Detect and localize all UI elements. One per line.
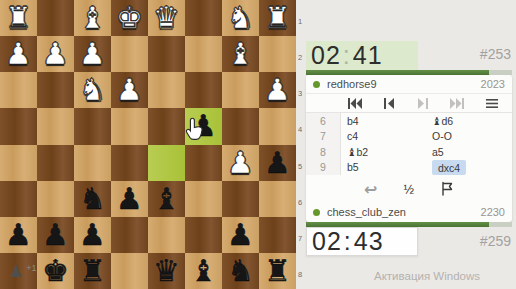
top-clock-minutes: 02 [311, 41, 341, 70]
square-d3[interactable] [148, 72, 185, 108]
bottom-clock-colon: : [344, 227, 352, 256]
square-h6[interactable] [0, 181, 37, 217]
square-a6[interactable] [259, 181, 296, 217]
square-e3[interactable]: ♟ [111, 72, 148, 108]
black-pawn[interactable]: ♟ [5, 217, 32, 253]
square-h3[interactable] [0, 72, 37, 108]
white-pawn[interactable]: ♟ [79, 36, 106, 72]
white-bishop[interactable]: ♝ [227, 36, 254, 72]
black-knight[interactable]: ♞ [79, 181, 106, 217]
square-e4[interactable] [111, 108, 148, 144]
move-navigation [306, 93, 512, 113]
move-list: 6 b4 ♝d6 7 c4 O-O 8 ♝b2 a5 9 b5 dxc4 [306, 113, 512, 175]
square-a4[interactable] [259, 108, 296, 144]
white-knight[interactable]: ♞ [227, 0, 254, 36]
top-clock-colon: : [343, 41, 351, 70]
square-a5[interactable]: ♟ [259, 145, 296, 181]
online-indicator [313, 81, 320, 88]
square-b3[interactable] [222, 72, 259, 108]
square-b2[interactable]: ♝ [222, 36, 259, 72]
game-sidebar: 02:41 #253 redhorse9 2023 [296, 0, 516, 289]
white-pawn[interactable]: ♟ [116, 72, 143, 108]
move-white[interactable]: b5 [341, 161, 426, 173]
black-pawn[interactable]: ♟ [79, 217, 106, 253]
black-rook[interactable]: ♜ [264, 253, 291, 289]
move-row: 9 b5 dxc4 [306, 160, 512, 176]
square-f5[interactable] [74, 145, 111, 181]
square-a7[interactable] [259, 217, 296, 253]
square-b6[interactable] [222, 181, 259, 217]
resign-flag-button[interactable] [440, 181, 454, 200]
square-g2[interactable]: ♟ [37, 36, 74, 72]
current-move-highlight[interactable]: dxc4 [432, 160, 466, 175]
move-black[interactable]: ♝d6 [426, 115, 511, 127]
windows-activation-watermark: Активация Windows [374, 270, 480, 282]
white-pawn[interactable]: ♟ [264, 72, 291, 108]
top-game-number: #253 [480, 46, 511, 62]
white-rook[interactable]: ♜ [5, 0, 32, 36]
black-pawn[interactable]: ♟ [42, 217, 69, 253]
captured-pawn-icon: ♟ [9, 262, 23, 282]
previous-move-button[interactable] [384, 98, 395, 109]
move-black-current[interactable]: dxc4 [426, 161, 511, 173]
move-number: 9 [306, 160, 341, 176]
move-white[interactable]: b4 [341, 115, 426, 127]
square-h5[interactable] [0, 145, 37, 181]
material-count: +1 [26, 263, 36, 273]
white-pawn[interactable]: ♟ [42, 36, 69, 72]
move-row: 6 b4 ♝d6 [306, 113, 512, 129]
square-f6[interactable]: ♞ [74, 181, 111, 217]
black-rook[interactable]: ♜ [79, 253, 106, 289]
black-pawn[interactable]: ♟ [264, 145, 291, 181]
move-number: 6 [306, 113, 341, 129]
takeback-button[interactable]: ↩ [364, 183, 377, 197]
white-rook[interactable]: ♜ [264, 0, 291, 36]
draw-offer-button[interactable]: ½ [403, 183, 413, 197]
menu-icon[interactable] [486, 98, 498, 109]
black-pawn[interactable]: ♟ [116, 181, 143, 217]
square-b5[interactable]: ♟ [222, 145, 259, 181]
square-f8[interactable]: ♜ [74, 253, 111, 289]
chess-app: ♜♝♚♛♞♜♟♟♟♝♞♟♟♟♟♟♞♟♝♟♟♟♟♚♜♛♝♞♜ 12345678 0… [0, 0, 516, 289]
bottom-game-number: #259 [480, 233, 511, 249]
square-c8[interactable]: ♝ [185, 253, 222, 289]
square-f3[interactable]: ♞ [74, 72, 111, 108]
move-white[interactable]: ♝b2 [341, 146, 426, 158]
square-a8[interactable]: ♜ [259, 253, 296, 289]
square-g5[interactable] [37, 145, 74, 181]
top-clock-seconds: 41 [353, 41, 383, 70]
square-e1[interactable]: ♚ [111, 0, 148, 36]
move-black[interactable]: a5 [426, 146, 511, 158]
last-move-button[interactable] [450, 98, 464, 109]
move-row: 8 ♝b2 a5 [306, 144, 512, 160]
move-row: 7 c4 O-O [306, 129, 512, 145]
square-d6[interactable]: ♝ [148, 181, 185, 217]
square-d1[interactable]: ♛ [148, 0, 185, 36]
square-c1[interactable] [185, 0, 222, 36]
bottom-clock: 02:43 [306, 227, 418, 256]
square-g8[interactable]: ♚ [37, 253, 74, 289]
square-e6[interactable]: ♟ [111, 181, 148, 217]
square-e2[interactable] [111, 36, 148, 72]
square-b4[interactable] [222, 108, 259, 144]
black-pawn[interactable]: ♟ [227, 217, 254, 253]
player-bottom-rating: 2230 [481, 206, 505, 218]
white-bishop[interactable]: ♝ [79, 0, 106, 36]
square-h2[interactable]: ♟ [0, 36, 37, 72]
square-d5[interactable] [148, 145, 185, 181]
square-g6[interactable] [37, 181, 74, 217]
online-indicator [313, 209, 320, 216]
move-number: 8 [306, 144, 341, 160]
white-pawn[interactable]: ♟ [5, 36, 32, 72]
black-queen[interactable]: ♛ [153, 253, 180, 289]
black-bishop[interactable]: ♝ [153, 181, 180, 217]
square-f4[interactable] [74, 108, 111, 144]
square-g4[interactable] [37, 108, 74, 144]
square-b8[interactable]: ♞ [222, 253, 259, 289]
white-knight[interactable]: ♞ [79, 72, 106, 108]
move-black[interactable]: O-O [426, 130, 511, 142]
square-g3[interactable] [37, 72, 74, 108]
square-h4[interactable] [0, 108, 37, 144]
player-bottom-name[interactable]: chess_club_zen [327, 206, 481, 218]
square-h7[interactable]: ♟ [0, 217, 37, 253]
hand-cursor-icon [185, 116, 205, 141]
game-panel: redhorse9 2023 [306, 75, 512, 222]
square-b7[interactable]: ♟ [222, 217, 259, 253]
square-e7[interactable] [111, 217, 148, 253]
square-c5[interactable] [185, 145, 222, 181]
top-clock: 02:41 [306, 41, 418, 70]
square-d8[interactable]: ♛ [148, 253, 185, 289]
square-g1[interactable] [37, 0, 74, 36]
square-b1[interactable]: ♞ [222, 0, 259, 36]
black-knight[interactable]: ♞ [227, 253, 254, 289]
square-d7[interactable] [148, 217, 185, 253]
square-c3[interactable] [185, 72, 222, 108]
black-bishop[interactable]: ♝ [190, 253, 217, 289]
chess-board[interactable]: ♜♝♚♛♞♜♟♟♟♝♞♟♟♟♟♟♞♟♝♟♟♟♟♚♜♛♝♞♜ [0, 0, 296, 289]
square-f2[interactable]: ♟ [74, 36, 111, 72]
square-e8[interactable] [111, 253, 148, 289]
square-c7[interactable] [185, 217, 222, 253]
square-d2[interactable] [148, 36, 185, 72]
player-bottom-row: chess_club_zen 2230 [306, 203, 512, 221]
square-a2[interactable] [259, 36, 296, 72]
white-king[interactable]: ♚ [116, 0, 143, 36]
square-f7[interactable]: ♟ [74, 217, 111, 253]
player-top-rating: 2023 [481, 78, 505, 90]
square-a3[interactable]: ♟ [259, 72, 296, 108]
square-h1[interactable]: ♜ [0, 0, 37, 36]
player-top-row: redhorse9 2023 [306, 75, 512, 93]
square-d4[interactable] [148, 108, 185, 144]
white-pawn[interactable]: ♟ [227, 145, 254, 181]
bottom-clock-minutes: 02 [312, 227, 342, 256]
game-actions: ↩ ½ [306, 179, 512, 201]
square-c6[interactable] [185, 181, 222, 217]
square-e5[interactable] [111, 145, 148, 181]
move-white[interactable]: c4 [341, 130, 426, 142]
next-move-button[interactable] [417, 98, 428, 109]
white-queen[interactable]: ♛ [153, 0, 180, 36]
first-move-button[interactable] [348, 98, 362, 109]
player-top-name[interactable]: redhorse9 [327, 78, 481, 90]
material-advantage: ♟ +1 [9, 262, 37, 282]
square-g7[interactable]: ♟ [37, 217, 74, 253]
square-a1[interactable]: ♜ [259, 0, 296, 36]
move-number: 7 [306, 129, 341, 145]
bottom-clock-seconds: 43 [354, 227, 384, 256]
square-f1[interactable]: ♝ [74, 0, 111, 36]
square-c2[interactable] [185, 36, 222, 72]
black-king[interactable]: ♚ [42, 253, 69, 289]
